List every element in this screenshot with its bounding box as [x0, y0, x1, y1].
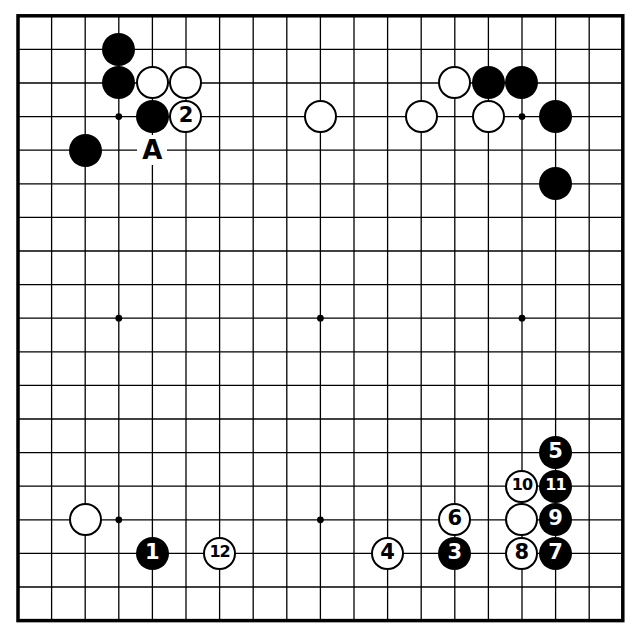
stone-black — [539, 167, 572, 200]
stone-white-move-6: 6 — [438, 503, 471, 536]
move-number: 11 — [545, 477, 565, 493]
stone-white — [69, 503, 102, 536]
move-number: 6 — [447, 508, 462, 529]
move-number: 9 — [548, 508, 563, 529]
stone-white — [136, 66, 169, 99]
stone-black-move-5: 5 — [539, 436, 572, 469]
stone-black — [69, 134, 102, 167]
stone-white-move-4: 4 — [371, 537, 404, 570]
move-number: 2 — [179, 105, 194, 126]
stone-black-move-3: 3 — [438, 537, 471, 570]
move-number: 3 — [447, 542, 462, 563]
stone-white-move-12: 12 — [203, 537, 236, 570]
stone-white-move-10: 10 — [505, 470, 538, 503]
move-number: 8 — [515, 542, 530, 563]
stone-black — [136, 100, 169, 133]
stone-black-move-11: 11 — [539, 470, 572, 503]
stone-black-move-9: 9 — [539, 503, 572, 536]
stone-black — [505, 66, 538, 99]
stone-white — [169, 66, 202, 99]
move-number: 12 — [209, 544, 229, 560]
move-number: 4 — [380, 542, 395, 563]
stone-white-move-2: 2 — [169, 100, 202, 133]
stones-layer: 211246351011987A — [1, 0, 639, 637]
stone-white — [304, 100, 337, 133]
stone-black — [539, 100, 572, 133]
stone-black — [472, 66, 505, 99]
go-board-diagram: 211246351011987A — [0, 0, 640, 640]
stone-white — [438, 66, 471, 99]
move-number: 10 — [512, 477, 532, 493]
stone-white — [505, 503, 538, 536]
move-number: 5 — [548, 441, 563, 462]
stone-black-move-1: 1 — [136, 537, 169, 570]
stone-white-move-8: 8 — [505, 537, 538, 570]
stone-black-move-7: 7 — [539, 537, 572, 570]
point-label-A: A — [137, 135, 167, 165]
stone-white — [472, 100, 505, 133]
stone-black — [102, 66, 135, 99]
move-number: 7 — [548, 542, 563, 563]
move-number: 1 — [145, 542, 160, 563]
stone-black — [102, 33, 135, 66]
stone-white — [405, 100, 438, 133]
